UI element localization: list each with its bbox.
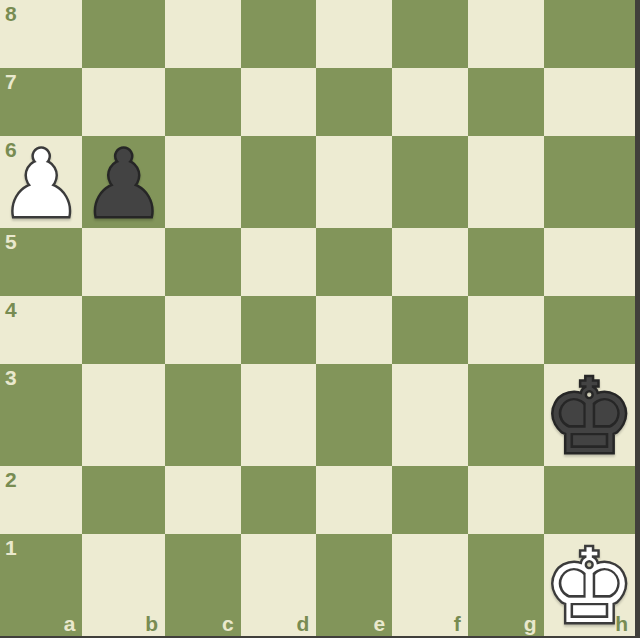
square-b4[interactable]: [82, 296, 164, 364]
square-d8[interactable]: [241, 0, 317, 68]
square-h8[interactable]: [544, 0, 635, 68]
square-b5[interactable]: [82, 228, 164, 296]
square-b7[interactable]: [82, 68, 164, 136]
square-a1[interactable]: 1a: [0, 534, 82, 636]
square-b6[interactable]: ♟♟: [82, 136, 164, 228]
square-f2[interactable]: [392, 466, 468, 534]
square-f4[interactable]: [392, 296, 468, 364]
square-d2[interactable]: [241, 466, 317, 534]
square-h6[interactable]: [544, 136, 635, 228]
square-b3[interactable]: [82, 364, 164, 466]
square-e8[interactable]: [316, 0, 392, 68]
square-h4[interactable]: [544, 296, 635, 364]
square-c2[interactable]: [165, 466, 241, 534]
square-a3[interactable]: 3: [0, 364, 82, 466]
file-label-f: f: [454, 613, 461, 634]
screen-edge-right: [635, 0, 640, 638]
rank-label-4: 4: [5, 299, 17, 320]
square-f1[interactable]: f: [392, 534, 468, 636]
file-label-g: g: [524, 613, 537, 634]
white-pawn[interactable]: ♟♟: [0, 138, 82, 230]
rank-label-2: 2: [5, 469, 17, 490]
square-b8[interactable]: [82, 0, 164, 68]
square-f6[interactable]: [392, 136, 468, 228]
square-h1[interactable]: h♚♚: [544, 534, 635, 636]
square-d3[interactable]: [241, 364, 317, 466]
square-c8[interactable]: [165, 0, 241, 68]
black-pawn[interactable]: ♟♟: [82, 138, 164, 230]
square-g7[interactable]: [468, 68, 544, 136]
square-g8[interactable]: [468, 0, 544, 68]
square-b2[interactable]: [82, 466, 164, 534]
square-a6[interactable]: 6♟♟: [0, 136, 82, 228]
square-d4[interactable]: [241, 296, 317, 364]
square-d7[interactable]: [241, 68, 317, 136]
square-c3[interactable]: [165, 364, 241, 466]
rank-label-8: 8: [5, 3, 17, 24]
square-e1[interactable]: e: [316, 534, 392, 636]
square-d5[interactable]: [241, 228, 317, 296]
file-label-c: c: [222, 613, 234, 634]
black-king[interactable]: ♚♚: [544, 366, 635, 468]
square-f3[interactable]: [392, 364, 468, 466]
square-d6[interactable]: [241, 136, 317, 228]
square-g5[interactable]: [468, 228, 544, 296]
square-a8[interactable]: 8: [0, 0, 82, 68]
square-f5[interactable]: [392, 228, 468, 296]
square-c5[interactable]: [165, 228, 241, 296]
square-e2[interactable]: [316, 466, 392, 534]
square-d1[interactable]: d: [241, 534, 317, 636]
square-a5[interactable]: 5: [0, 228, 82, 296]
file-label-e: e: [373, 613, 385, 634]
square-e6[interactable]: [316, 136, 392, 228]
square-b1[interactable]: b: [82, 534, 164, 636]
square-f7[interactable]: [392, 68, 468, 136]
file-label-b: b: [145, 613, 158, 634]
square-e4[interactable]: [316, 296, 392, 364]
rank-label-1: 1: [5, 537, 17, 558]
square-f8[interactable]: [392, 0, 468, 68]
rank-label-3: 3: [5, 367, 17, 388]
chess-board: 876♟♟♟♟543♚♚21abcdefgh♚♚: [0, 0, 635, 636]
square-a4[interactable]: 4: [0, 296, 82, 364]
square-a7[interactable]: 7: [0, 68, 82, 136]
rank-label-7: 7: [5, 71, 17, 92]
square-h7[interactable]: [544, 68, 635, 136]
square-c7[interactable]: [165, 68, 241, 136]
square-e3[interactable]: [316, 364, 392, 466]
square-h2[interactable]: [544, 466, 635, 534]
rank-label-5: 5: [5, 231, 17, 252]
square-g1[interactable]: g: [468, 534, 544, 636]
square-c4[interactable]: [165, 296, 241, 364]
square-e7[interactable]: [316, 68, 392, 136]
square-c6[interactable]: [165, 136, 241, 228]
square-c1[interactable]: c: [165, 534, 241, 636]
square-g2[interactable]: [468, 466, 544, 534]
square-g6[interactable]: [468, 136, 544, 228]
square-g4[interactable]: [468, 296, 544, 364]
square-h3[interactable]: ♚♚: [544, 364, 635, 466]
file-label-a: a: [64, 613, 76, 634]
square-g3[interactable]: [468, 364, 544, 466]
white-king[interactable]: ♚♚: [544, 536, 635, 638]
square-h5[interactable]: [544, 228, 635, 296]
square-e5[interactable]: [316, 228, 392, 296]
square-a2[interactable]: 2: [0, 466, 82, 534]
file-label-d: d: [297, 613, 310, 634]
